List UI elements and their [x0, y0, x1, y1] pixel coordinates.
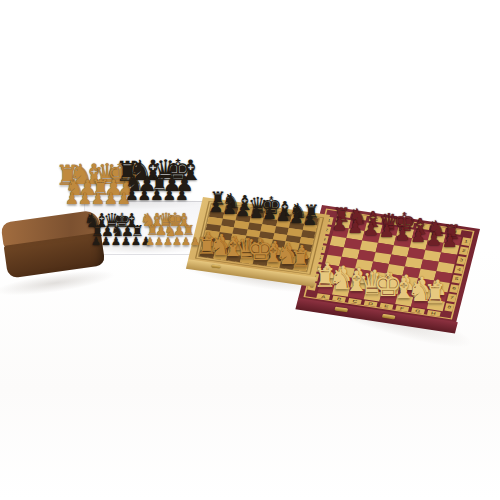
- chess-piece: ♞: [65, 177, 85, 199]
- chess-piece: ♝: [81, 161, 106, 189]
- chess-piece: ♟: [162, 173, 181, 194]
- chess-piece: ♜: [56, 162, 81, 190]
- brass-hinge: [334, 307, 348, 313]
- chess-piece: ♛: [153, 157, 179, 186]
- chess-piece: ♜: [91, 177, 110, 199]
- brass-hinge: [382, 314, 396, 320]
- chess-piece: ♞: [68, 161, 93, 189]
- chess-piece: ♝: [178, 157, 203, 185]
- chess-piece: ♞: [128, 157, 153, 185]
- chess-piece: ♝: [120, 161, 145, 189]
- chess-piece: ♜: [150, 173, 169, 195]
- chess-piece: ♟: [175, 173, 194, 194]
- chess-piece: ♛: [94, 161, 120, 190]
- chess-piece: ♚: [165, 156, 191, 185]
- chess-piece: ♟: [137, 173, 156, 194]
- chess-piece: ♟: [78, 177, 97, 198]
- chess-sets-photo: ABCDEFGH ABCDEFGH 12345678 12345678 ♜♞♝♛…: [0, 0, 500, 500]
- chess-piece: ♝: [140, 157, 165, 185]
- chess-piece: ♞: [124, 173, 144, 195]
- chess-piece: ♚: [107, 160, 133, 189]
- brown-chessboard: [188, 197, 330, 278]
- chess-piece: ♜: [116, 158, 141, 186]
- brass-clasp: [211, 265, 220, 269]
